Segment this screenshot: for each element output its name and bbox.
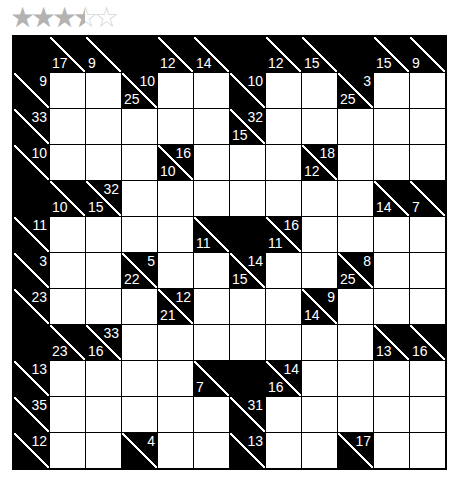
clue-cell-r11-c0: 12 (14, 433, 49, 468)
entry-cell-r11-c10[interactable] (374, 433, 409, 468)
clue-cell-r0-c5: 14 (194, 37, 229, 72)
entry-cell-r9-c8[interactable] (302, 361, 337, 396)
clue-cell-r0-c11: 9 (410, 37, 445, 72)
clue-cell-r4-c2: 3215 (86, 181, 121, 216)
entry-cell-r5-c9[interactable] (338, 217, 373, 252)
entry-cell-r5-c3[interactable] (122, 217, 157, 252)
across-clue: 33 (31, 110, 47, 124)
entry-cell-r10-c9[interactable] (338, 397, 373, 432)
entry-cell-r1-c11[interactable] (410, 73, 445, 108)
star-empty-icon: ☆ (94, 1, 115, 34)
down-clue: 12 (160, 56, 176, 70)
entry-cell-r5-c4[interactable] (158, 217, 193, 252)
across-clue: 13 (247, 434, 263, 448)
across-clue: 9 (39, 74, 47, 88)
entry-cell-r6-c4[interactable] (158, 253, 193, 288)
across-clue: 11 (32, 218, 47, 232)
clue-cell-r8-c10: 13 (374, 325, 409, 360)
entry-cell-r6-c1[interactable] (50, 253, 85, 288)
entry-cell-r7-c1[interactable] (50, 289, 85, 324)
entry-cell-r7-c6[interactable] (230, 289, 265, 324)
entry-cell-r6-c2[interactable] (86, 253, 121, 288)
down-clue: 14 (304, 308, 320, 322)
across-clue: 5 (147, 254, 155, 268)
entry-cell-r1-c5[interactable] (194, 73, 229, 108)
across-clue: 12 (31, 434, 47, 448)
across-clue: 10 (139, 74, 155, 88)
entry-cell-r8-c6[interactable] (230, 325, 265, 360)
entry-cell-r11-c7[interactable] (266, 433, 301, 468)
entry-cell-r1-c10[interactable] (374, 73, 409, 108)
clue-cell-r3-c0: 10 (14, 145, 49, 180)
star-full-icon: ★ (31, 1, 52, 34)
down-clue: 16 (412, 344, 428, 358)
entry-cell-r10-c8[interactable] (302, 397, 337, 432)
entry-cell-r4-c6[interactable] (230, 181, 265, 216)
across-clue: 9 (327, 290, 335, 304)
clue-cell-r3-c4: 1610 (158, 145, 193, 180)
entry-cell-r7-c11[interactable] (410, 289, 445, 324)
clue-cell-r6-c6: 1415 (230, 253, 265, 288)
down-clue: 9 (412, 56, 420, 70)
entry-cell-r2-c11[interactable] (410, 109, 445, 144)
entry-cell-r7-c5[interactable] (194, 289, 229, 324)
clue-cell-r2-c0: 33 (14, 109, 49, 144)
down-clue: 25 (340, 272, 356, 286)
clue-cell-r6-c9: 825 (338, 253, 373, 288)
across-clue: 32 (103, 182, 119, 196)
entry-cell-r10-c4[interactable] (158, 397, 193, 432)
clue-cell-r4-c1: 10 (50, 181, 85, 216)
clue-cell-r9-c7: 1416 (266, 361, 301, 396)
across-clue: 35 (31, 398, 47, 412)
entry-cell-r2-c8[interactable] (302, 109, 337, 144)
entry-cell-r11-c11[interactable] (410, 433, 445, 468)
entry-cell-r8-c3[interactable] (122, 325, 157, 360)
clue-cell-r8-c11: 16 (410, 325, 445, 360)
block-cell-r0-c0 (14, 37, 49, 72)
down-clue: 10 (52, 200, 68, 214)
down-clue: 22 (124, 272, 140, 286)
entry-cell-r3-c3[interactable] (122, 145, 157, 180)
clue-cell-r4-c11: 7 (410, 181, 445, 216)
clue-cell-r11-c6: 13 (230, 433, 265, 468)
kakuro-board: 1791214121515991025103253332151016101812… (12, 35, 447, 470)
entry-cell-r7-c7[interactable] (266, 289, 301, 324)
entry-cell-r11-c2[interactable] (86, 433, 121, 468)
down-clue: 7 (196, 380, 204, 394)
across-clue: 32 (247, 110, 263, 124)
entry-cell-r7-c10[interactable] (374, 289, 409, 324)
entry-cell-r2-c9[interactable] (338, 109, 373, 144)
down-clue: 21 (160, 308, 176, 322)
across-clue: 14 (283, 362, 299, 376)
entry-cell-r2-c5[interactable] (194, 109, 229, 144)
across-clue: 17 (355, 434, 371, 448)
clue-cell-r10-c6: 31 (230, 397, 265, 432)
across-clue: 10 (31, 146, 47, 160)
across-clue: 12 (175, 290, 191, 304)
clue-cell-r1-c0: 9 (14, 73, 49, 108)
clue-cell-r2-c6: 3215 (230, 109, 265, 144)
entry-cell-r2-c7[interactable] (266, 109, 301, 144)
entry-cell-r3-c7[interactable] (266, 145, 301, 180)
across-clue: 13 (31, 362, 47, 376)
entry-cell-r7-c2[interactable] (86, 289, 121, 324)
entry-cell-r9-c1[interactable] (50, 361, 85, 396)
entry-cell-r4-c3[interactable] (122, 181, 157, 216)
entry-cell-r4-c7[interactable] (266, 181, 301, 216)
entry-cell-r4-c4[interactable] (158, 181, 193, 216)
entry-cell-r2-c3[interactable] (122, 109, 157, 144)
entry-cell-r3-c6[interactable] (230, 145, 265, 180)
down-clue: 12 (268, 56, 284, 70)
block-cell-r0-c9 (338, 37, 373, 72)
clue-cell-r7-c4: 1221 (158, 289, 193, 324)
entry-cell-r3-c1[interactable] (50, 145, 85, 180)
entry-cell-r8-c9[interactable] (338, 325, 373, 360)
clue-cell-r8-c2: 3316 (86, 325, 121, 360)
entry-cell-r10-c11[interactable] (410, 397, 445, 432)
entry-cell-r3-c2[interactable] (86, 145, 121, 180)
entry-cell-r1-c8[interactable] (302, 73, 337, 108)
across-clue: 14 (247, 254, 263, 268)
across-clue: 10 (247, 74, 263, 88)
entry-cell-r3-c11[interactable] (410, 145, 445, 180)
entry-cell-r5-c10[interactable] (374, 217, 409, 252)
across-clue: 31 (247, 398, 263, 412)
entry-cell-r9-c4[interactable] (158, 361, 193, 396)
entry-cell-r4-c5[interactable] (194, 181, 229, 216)
clue-cell-r5-c7: 1611 (266, 217, 301, 252)
entry-cell-r11-c1[interactable] (50, 433, 85, 468)
across-clue: 3 (39, 254, 47, 268)
clue-cell-r3-c8: 1812 (302, 145, 337, 180)
clue-cell-r0-c1: 17 (50, 37, 85, 72)
entry-cell-r3-c9[interactable] (338, 145, 373, 180)
down-clue: 14 (376, 200, 392, 214)
difficulty-rating: ★★★☆★☆ (10, 1, 464, 34)
down-clue: 23 (52, 344, 68, 358)
clue-cell-r0-c10: 15 (374, 37, 409, 72)
down-clue: 17 (52, 56, 68, 70)
entry-cell-r5-c1[interactable] (50, 217, 85, 252)
entry-cell-r3-c10[interactable] (374, 145, 409, 180)
down-clue: 15 (304, 56, 320, 70)
clue-cell-r11-c3: 4 (122, 433, 157, 468)
clue-cell-r6-c0: 3 (14, 253, 49, 288)
down-clue: 7 (412, 200, 420, 214)
down-clue: 12 (304, 164, 320, 178)
clue-cell-r1-c3: 1025 (122, 73, 157, 108)
clue-cell-r5-c0: 11 (14, 217, 49, 252)
entry-cell-r6-c5[interactable] (194, 253, 229, 288)
entry-cell-r1-c7[interactable] (266, 73, 301, 108)
across-clue: 33 (103, 326, 119, 340)
block-cell-r4-c0 (14, 181, 49, 216)
clue-cell-r7-c0: 23 (14, 289, 49, 324)
star-full-icon: ★ (10, 1, 31, 34)
block-cell-r5-c6 (230, 217, 265, 252)
clue-cell-r0-c2: 9 (86, 37, 121, 72)
entry-cell-r2-c10[interactable] (374, 109, 409, 144)
clue-cell-r4-c10: 14 (374, 181, 409, 216)
clue-cell-r8-c1: 23 (50, 325, 85, 360)
clue-cell-r11-c9: 17 (338, 433, 373, 468)
entry-cell-r7-c3[interactable] (122, 289, 157, 324)
block-cell-r0-c3 (122, 37, 157, 72)
clue-cell-r6-c3: 522 (122, 253, 157, 288)
entry-cell-r7-c9[interactable] (338, 289, 373, 324)
star-full-icon: ★ (52, 1, 73, 34)
entry-cell-r11-c8[interactable] (302, 433, 337, 468)
entry-cell-r4-c9[interactable] (338, 181, 373, 216)
across-clue: 16 (283, 218, 299, 232)
entry-cell-r10-c10[interactable] (374, 397, 409, 432)
block-cell-r8-c0 (14, 325, 49, 360)
down-clue: 15 (376, 56, 392, 70)
entry-cell-r6-c7[interactable] (266, 253, 301, 288)
entry-cell-r2-c4[interactable] (158, 109, 193, 144)
entry-cell-r10-c2[interactable] (86, 397, 121, 432)
clue-cell-r1-c9: 325 (338, 73, 373, 108)
entry-cell-r8-c4[interactable] (158, 325, 193, 360)
entry-cell-r5-c8[interactable] (302, 217, 337, 252)
entry-cell-r1-c2[interactable] (86, 73, 121, 108)
clue-cell-r0-c7: 12 (266, 37, 301, 72)
entry-cell-r10-c3[interactable] (122, 397, 157, 432)
down-clue: 9 (88, 56, 96, 70)
block-cell-r0-c6 (230, 37, 265, 72)
clue-cell-r5-c5: 11 (194, 217, 229, 252)
clue-cell-r0-c8: 15 (302, 37, 337, 72)
entry-cell-r6-c10[interactable] (374, 253, 409, 288)
entry-cell-r9-c3[interactable] (122, 361, 157, 396)
entry-cell-r1-c1[interactable] (50, 73, 85, 108)
down-clue: 13 (376, 344, 392, 358)
clue-cell-r0-c4: 12 (158, 37, 193, 72)
down-clue: 15 (88, 200, 104, 214)
down-clue: 16 (88, 344, 104, 358)
entry-cell-r1-c4[interactable] (158, 73, 193, 108)
entry-cell-r8-c7[interactable] (266, 325, 301, 360)
entry-cell-r8-c5[interactable] (194, 325, 229, 360)
across-clue: 16 (175, 146, 191, 160)
down-clue: 15 (232, 272, 248, 286)
down-clue: 14 (196, 56, 212, 70)
entry-cell-r3-c5[interactable] (194, 145, 229, 180)
entry-cell-r11-c5[interactable] (194, 433, 229, 468)
across-clue: 3 (363, 74, 371, 88)
entry-cell-r9-c9[interactable] (338, 361, 373, 396)
entry-cell-r9-c11[interactable] (410, 361, 445, 396)
entry-cell-r10-c1[interactable] (50, 397, 85, 432)
across-clue: 18 (319, 146, 335, 160)
down-clue: 15 (232, 128, 248, 142)
entry-cell-r5-c11[interactable] (410, 217, 445, 252)
clue-cell-r9-c5: 7 (194, 361, 229, 396)
entry-cell-r9-c10[interactable] (374, 361, 409, 396)
block-cell-r9-c6 (230, 361, 265, 396)
down-clue: 25 (124, 92, 140, 106)
clue-cell-r9-c0: 13 (14, 361, 49, 396)
entry-cell-r11-c4[interactable] (158, 433, 193, 468)
entry-cell-r10-c7[interactable] (266, 397, 301, 432)
across-clue: 23 (31, 290, 47, 304)
entry-cell-r2-c2[interactable] (86, 109, 121, 144)
entry-cell-r4-c8[interactable] (302, 181, 337, 216)
down-clue: 10 (160, 164, 176, 178)
star-half-icon: ☆★ (73, 1, 94, 34)
entry-cell-r2-c1[interactable] (50, 109, 85, 144)
entry-cell-r5-c2[interactable] (86, 217, 121, 252)
down-clue: 11 (268, 236, 283, 250)
down-clue: 25 (340, 92, 356, 106)
entry-cell-r8-c8[interactable] (302, 325, 337, 360)
clue-cell-r7-c8: 914 (302, 289, 337, 324)
clue-cell-r1-c6: 10 (230, 73, 265, 108)
down-clue: 16 (268, 380, 284, 394)
across-clue: 4 (147, 434, 155, 448)
entry-cell-r9-c2[interactable] (86, 361, 121, 396)
across-clue: 8 (363, 254, 371, 268)
clue-cell-r10-c0: 35 (14, 397, 49, 432)
entry-cell-r6-c11[interactable] (410, 253, 445, 288)
entry-cell-r10-c5[interactable] (194, 397, 229, 432)
down-clue: 11 (196, 236, 211, 250)
entry-cell-r6-c8[interactable] (302, 253, 337, 288)
